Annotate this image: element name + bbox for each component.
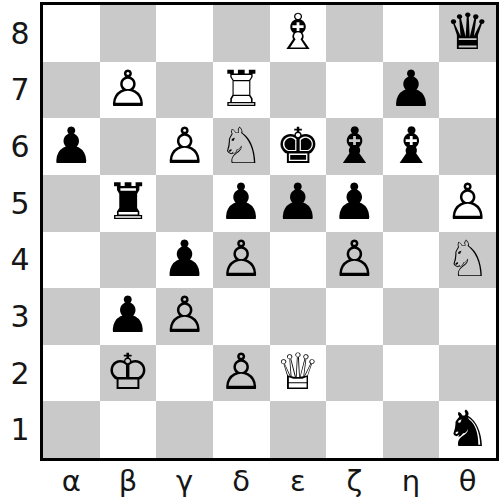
white-pawn: ♙ bbox=[332, 234, 377, 284]
square-δ8[interactable] bbox=[213, 5, 270, 62]
square-ζ8[interactable] bbox=[326, 5, 383, 62]
square-ζ6[interactable]: ♝ bbox=[326, 118, 383, 175]
square-γ4[interactable]: ♟ bbox=[156, 232, 213, 289]
file-labels: αβγδεζηθ bbox=[43, 461, 496, 501]
square-δ1[interactable] bbox=[213, 401, 270, 458]
file-label-δ: δ bbox=[213, 461, 270, 501]
square-γ6[interactable]: ♙ bbox=[156, 118, 213, 175]
rank-label-3: 3 bbox=[0, 288, 40, 345]
white-knight: ♘ bbox=[445, 234, 490, 284]
square-η3[interactable] bbox=[383, 288, 440, 345]
white-king: ♔ bbox=[106, 347, 151, 397]
black-queen: ♛ bbox=[445, 7, 490, 57]
white-pawn: ♙ bbox=[162, 121, 207, 171]
file-label-α: α bbox=[43, 461, 100, 501]
file-label-γ: γ bbox=[156, 461, 213, 501]
rank-label-4: 4 bbox=[0, 232, 40, 289]
white-queen: ♕ bbox=[275, 347, 320, 397]
black-pawn: ♟ bbox=[162, 234, 207, 284]
square-δ5[interactable]: ♟ bbox=[213, 175, 270, 232]
square-ε5[interactable]: ♟ bbox=[270, 175, 327, 232]
square-α4[interactable] bbox=[43, 232, 100, 289]
square-β1[interactable] bbox=[100, 401, 157, 458]
white-pawn: ♙ bbox=[219, 234, 264, 284]
black-bishop: ♝ bbox=[332, 121, 377, 171]
white-pawn: ♙ bbox=[162, 290, 207, 340]
white-rook: ♖ bbox=[219, 64, 264, 114]
rank-label-2: 2 bbox=[0, 345, 40, 402]
square-θ6[interactable] bbox=[439, 118, 496, 175]
rank-labels: 87654321 bbox=[0, 5, 40, 458]
square-δ6[interactable]: ♘ bbox=[213, 118, 270, 175]
square-ε6[interactable]: ♚ bbox=[270, 118, 327, 175]
square-γ7[interactable] bbox=[156, 62, 213, 119]
square-θ7[interactable] bbox=[439, 62, 496, 119]
square-ζ3[interactable] bbox=[326, 288, 383, 345]
square-α5[interactable] bbox=[43, 175, 100, 232]
square-ε8[interactable]: ♗ bbox=[270, 5, 327, 62]
square-α8[interactable] bbox=[43, 5, 100, 62]
black-rook: ♜ bbox=[106, 177, 151, 227]
square-η6[interactable]: ♝ bbox=[383, 118, 440, 175]
square-δ2[interactable]: ♙ bbox=[213, 345, 270, 402]
square-β3[interactable]: ♟ bbox=[100, 288, 157, 345]
square-β6[interactable] bbox=[100, 118, 157, 175]
square-η8[interactable] bbox=[383, 5, 440, 62]
white-knight: ♘ bbox=[219, 121, 264, 171]
black-bishop: ♝ bbox=[389, 121, 434, 171]
square-θ5[interactable]: ♙ bbox=[439, 175, 496, 232]
square-γ3[interactable]: ♙ bbox=[156, 288, 213, 345]
square-ε1[interactable] bbox=[270, 401, 327, 458]
square-ζ7[interactable] bbox=[326, 62, 383, 119]
square-ζ5[interactable]: ♟ bbox=[326, 175, 383, 232]
square-ζ2[interactable] bbox=[326, 345, 383, 402]
chess-board: ♗♛♙♖♟♟♙♘♚♝♝♜♟♟♟♙♟♙♙♘♟♙♔♙♕♞ bbox=[40, 2, 499, 461]
black-pawn: ♟ bbox=[219, 177, 264, 227]
file-label-ζ: ζ bbox=[326, 461, 383, 501]
black-pawn: ♟ bbox=[389, 64, 434, 114]
square-ζ1[interactable] bbox=[326, 401, 383, 458]
square-ε2[interactable]: ♕ bbox=[270, 345, 327, 402]
white-pawn: ♙ bbox=[106, 64, 151, 114]
square-η7[interactable]: ♟ bbox=[383, 62, 440, 119]
square-α7[interactable] bbox=[43, 62, 100, 119]
black-pawn: ♟ bbox=[332, 177, 377, 227]
square-θ1[interactable]: ♞ bbox=[439, 401, 496, 458]
black-pawn: ♟ bbox=[275, 177, 320, 227]
black-king: ♚ bbox=[275, 121, 320, 171]
file-label-θ: θ bbox=[439, 461, 496, 501]
black-pawn: ♟ bbox=[49, 121, 94, 171]
white-pawn: ♙ bbox=[445, 177, 490, 227]
rank-label-6: 6 bbox=[0, 118, 40, 175]
square-γ5[interactable] bbox=[156, 175, 213, 232]
square-β7[interactable]: ♙ bbox=[100, 62, 157, 119]
square-η5[interactable] bbox=[383, 175, 440, 232]
square-γ2[interactable] bbox=[156, 345, 213, 402]
square-α1[interactable] bbox=[43, 401, 100, 458]
square-δ4[interactable]: ♙ bbox=[213, 232, 270, 289]
chess-diagram: 87654321 ♗♛♙♖♟♟♙♘♚♝♝♜♟♟♟♙♟♙♙♘♟♙♔♙♕♞ αβγδ… bbox=[0, 0, 499, 502]
square-β8[interactable] bbox=[100, 5, 157, 62]
square-η1[interactable] bbox=[383, 401, 440, 458]
white-bishop: ♗ bbox=[275, 7, 320, 57]
file-label-η: η bbox=[383, 461, 440, 501]
square-γ1[interactable] bbox=[156, 401, 213, 458]
square-θ3[interactable] bbox=[439, 288, 496, 345]
square-ε7[interactable] bbox=[270, 62, 327, 119]
square-α2[interactable] bbox=[43, 345, 100, 402]
rank-label-5: 5 bbox=[0, 175, 40, 232]
square-δ7[interactable]: ♖ bbox=[213, 62, 270, 119]
square-ε4[interactable] bbox=[270, 232, 327, 289]
square-β5[interactable]: ♜ bbox=[100, 175, 157, 232]
rank-label-1: 1 bbox=[0, 401, 40, 458]
square-θ2[interactable] bbox=[439, 345, 496, 402]
square-β4[interactable] bbox=[100, 232, 157, 289]
square-β2[interactable]: ♔ bbox=[100, 345, 157, 402]
square-θ4[interactable]: ♘ bbox=[439, 232, 496, 289]
square-ε3[interactable] bbox=[270, 288, 327, 345]
square-α3[interactable] bbox=[43, 288, 100, 345]
rank-label-8: 8 bbox=[0, 5, 40, 62]
rank-label-7: 7 bbox=[0, 62, 40, 119]
square-ζ4[interactable]: ♙ bbox=[326, 232, 383, 289]
black-knight: ♞ bbox=[445, 404, 490, 454]
file-label-β: β bbox=[100, 461, 157, 501]
square-α6[interactable]: ♟ bbox=[43, 118, 100, 175]
square-η4[interactable] bbox=[383, 232, 440, 289]
square-δ3[interactable] bbox=[213, 288, 270, 345]
square-γ8[interactable] bbox=[156, 5, 213, 62]
file-label-ε: ε bbox=[270, 461, 327, 501]
black-pawn: ♟ bbox=[106, 290, 151, 340]
white-pawn: ♙ bbox=[219, 347, 264, 397]
square-θ8[interactable]: ♛ bbox=[439, 5, 496, 62]
square-η2[interactable] bbox=[383, 345, 440, 402]
